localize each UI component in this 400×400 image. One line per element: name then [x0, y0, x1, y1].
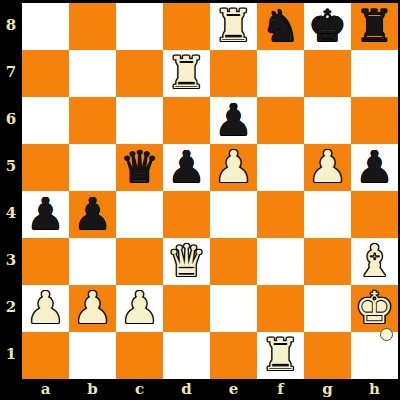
square-b2[interactable]: ♟	[69, 285, 116, 332]
square-g8[interactable]: ♚	[304, 3, 351, 50]
square-d5[interactable]: ♟	[163, 144, 210, 191]
white-pawn-g5: ♟	[308, 145, 347, 189]
square-c7[interactable]	[116, 50, 163, 97]
rank-label-8: 8	[0, 3, 22, 50]
square-f8[interactable]: ♞	[257, 3, 304, 50]
white-pawn-e5: ♟	[214, 145, 253, 189]
square-b4[interactable]: ♟	[69, 191, 116, 238]
file-label-d: d	[163, 379, 210, 400]
rank-labels: 87654321	[0, 3, 22, 379]
square-d2[interactable]	[163, 285, 210, 332]
square-d1[interactable]	[163, 332, 210, 379]
file-label-b: b	[69, 379, 116, 400]
square-b8[interactable]	[69, 3, 116, 50]
file-labels: abcdefgh	[22, 379, 398, 400]
white-queen-d3: ♛	[167, 239, 206, 283]
file-label-c: c	[116, 379, 163, 400]
white-to-move-indicator	[380, 328, 393, 341]
square-b6[interactable]	[69, 97, 116, 144]
white-rook-e8: ♜	[214, 4, 253, 48]
rank-label-2: 2	[0, 285, 22, 332]
square-h5[interactable]: ♟	[351, 144, 398, 191]
square-f6[interactable]	[257, 97, 304, 144]
rank-label-5: 5	[0, 144, 22, 191]
square-g2[interactable]	[304, 285, 351, 332]
square-d7[interactable]: ♜	[163, 50, 210, 97]
square-a4[interactable]: ♟	[22, 191, 69, 238]
square-a5[interactable]	[22, 144, 69, 191]
square-g1[interactable]	[304, 332, 351, 379]
rank-label-6: 6	[0, 97, 22, 144]
file-label-f: f	[257, 379, 304, 400]
white-pawn-b2: ♟	[73, 286, 112, 330]
square-c4[interactable]	[116, 191, 163, 238]
square-e1[interactable]	[210, 332, 257, 379]
square-a6[interactable]	[22, 97, 69, 144]
square-g7[interactable]	[304, 50, 351, 97]
square-h3[interactable]: ♝	[351, 238, 398, 285]
square-d3[interactable]: ♛	[163, 238, 210, 285]
black-pawn-a4: ♟	[26, 192, 65, 236]
square-h4[interactable]	[351, 191, 398, 238]
white-bishop-h3: ♝	[355, 239, 394, 283]
rank-label-3: 3	[0, 238, 22, 285]
square-d6[interactable]	[163, 97, 210, 144]
file-label-a: a	[22, 379, 69, 400]
square-c2[interactable]: ♟	[116, 285, 163, 332]
square-f4[interactable]	[257, 191, 304, 238]
rank-label-7: 7	[0, 50, 22, 97]
square-e7[interactable]	[210, 50, 257, 97]
square-a2[interactable]: ♟	[22, 285, 69, 332]
black-pawn-h5: ♟	[355, 145, 394, 189]
square-a7[interactable]	[22, 50, 69, 97]
square-a8[interactable]	[22, 3, 69, 50]
square-h7[interactable]	[351, 50, 398, 97]
square-g5[interactable]: ♟	[304, 144, 351, 191]
file-label-e: e	[210, 379, 257, 400]
black-queen-c5: ♛	[120, 145, 159, 189]
black-pawn-d5: ♟	[167, 145, 206, 189]
square-e3[interactable]	[210, 238, 257, 285]
square-c3[interactable]	[116, 238, 163, 285]
square-h2[interactable]: ♚	[351, 285, 398, 332]
square-e2[interactable]	[210, 285, 257, 332]
black-pawn-b4: ♟	[73, 192, 112, 236]
square-c1[interactable]	[116, 332, 163, 379]
square-d4[interactable]	[163, 191, 210, 238]
square-a3[interactable]	[22, 238, 69, 285]
square-b3[interactable]	[69, 238, 116, 285]
square-f3[interactable]	[257, 238, 304, 285]
square-g4[interactable]	[304, 191, 351, 238]
white-rook-f1: ♜	[261, 333, 300, 377]
white-pawn-a2: ♟	[26, 286, 65, 330]
square-d8[interactable]	[163, 3, 210, 50]
square-a1[interactable]	[22, 332, 69, 379]
chess-board: ♜♞♚♜♜♟♛♟♟♟♟♟♟♛♝♟♟♟♚♜	[22, 3, 398, 379]
rank-label-4: 4	[0, 191, 22, 238]
square-f1[interactable]: ♜	[257, 332, 304, 379]
black-knight-f8: ♞	[261, 4, 300, 48]
square-g6[interactable]	[304, 97, 351, 144]
square-b5[interactable]	[69, 144, 116, 191]
file-label-h: h	[351, 379, 398, 400]
square-g3[interactable]	[304, 238, 351, 285]
rank-label-1: 1	[0, 332, 22, 379]
black-king-g8: ♚	[308, 4, 347, 48]
square-c5[interactable]: ♛	[116, 144, 163, 191]
black-pawn-e6: ♟	[214, 98, 253, 142]
white-pawn-c2: ♟	[120, 286, 159, 330]
square-e6[interactable]: ♟	[210, 97, 257, 144]
square-c8[interactable]	[116, 3, 163, 50]
white-king-h2: ♚	[355, 286, 394, 330]
square-f2[interactable]	[257, 285, 304, 332]
square-e5[interactable]: ♟	[210, 144, 257, 191]
square-c6[interactable]	[116, 97, 163, 144]
white-rook-d7: ♜	[167, 51, 206, 95]
square-h8[interactable]: ♜	[351, 3, 398, 50]
square-h6[interactable]	[351, 97, 398, 144]
square-f5[interactable]	[257, 144, 304, 191]
square-f7[interactable]	[257, 50, 304, 97]
black-rook-h8: ♜	[355, 4, 394, 48]
file-label-g: g	[304, 379, 351, 400]
square-b7[interactable]	[69, 50, 116, 97]
square-e8[interactable]: ♜	[210, 3, 257, 50]
square-e4[interactable]	[210, 191, 257, 238]
square-b1[interactable]	[69, 332, 116, 379]
